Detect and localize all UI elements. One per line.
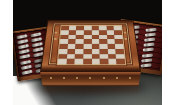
board-square — [66, 59, 75, 64]
stored-chess-piece — [31, 37, 41, 42]
stored-chess-piece — [30, 32, 40, 37]
stored-chess-piece — [18, 49, 28, 54]
frame-emblem-inlay — [124, 38, 127, 40]
stored-chess-piece — [21, 70, 31, 75]
tabletop — [40, 20, 141, 72]
table-floor-reflection — [43, 86, 139, 96]
stored-chess-piece — [143, 53, 153, 57]
board-square — [100, 59, 109, 64]
board-square — [83, 59, 91, 64]
stored-chess-piece — [18, 44, 28, 49]
stored-chess-piece — [20, 60, 30, 65]
stored-chess-piece — [146, 32, 156, 36]
apron-inlay-dot — [63, 77, 65, 79]
board-square — [116, 59, 125, 64]
frame-emblem-inlay — [124, 32, 127, 34]
stored-chess-piece — [21, 65, 31, 70]
stored-chess-piece — [32, 42, 42, 47]
stored-chess-piece — [19, 54, 29, 59]
apron-inlay-dot — [129, 77, 131, 79]
apron-inlay-dot — [116, 77, 118, 79]
board-square — [91, 59, 99, 64]
apron-inlay-dot — [76, 77, 78, 79]
stored-chess-piece — [17, 39, 27, 44]
stored-chess-piece — [145, 38, 155, 42]
stored-chess-piece — [142, 58, 152, 62]
board-square — [75, 59, 84, 64]
stored-chess-piece — [146, 27, 156, 31]
frame-emblem-inlay — [55, 32, 58, 34]
apron-inlay-dot — [89, 77, 91, 79]
apron-inlay-dots — [50, 77, 131, 80]
apron-inlay-dot — [103, 77, 105, 79]
frame-emblem-inlay — [54, 38, 57, 40]
chess-table-photo — [13, 0, 162, 105]
screenshot-canvas — [0, 0, 175, 105]
apron-inlay-dot — [50, 77, 52, 79]
stored-chess-piece — [16, 34, 26, 39]
stored-chess-piece — [144, 48, 154, 52]
chess-board — [57, 25, 127, 65]
stored-chess-piece — [141, 63, 151, 67]
stored-chess-piece — [32, 47, 42, 52]
stored-chess-piece — [144, 43, 154, 47]
